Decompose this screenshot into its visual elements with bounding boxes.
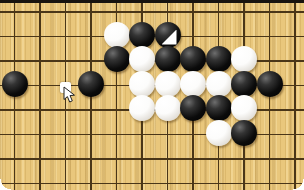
black-stone [180, 95, 206, 121]
grid-line-horizontal [0, 134, 304, 135]
white-stone [155, 95, 181, 121]
grid-line-vertical [294, 0, 295, 190]
black-stone [104, 46, 130, 72]
black-stone [78, 71, 104, 97]
black-stone [2, 71, 28, 97]
white-stone [155, 71, 181, 97]
triangle-marker [162, 30, 177, 45]
white-stone [104, 22, 130, 48]
black-stone [257, 71, 283, 97]
white-stone [206, 120, 232, 146]
white-stone [129, 95, 155, 121]
white-stone [129, 46, 155, 72]
rounded-corner-mask [0, 179, 11, 190]
black-stone [231, 71, 257, 97]
rounded-corner-mask [293, 179, 304, 190]
top-border-bar [0, 0, 304, 3]
mouse-cursor-icon [63, 86, 76, 103]
white-stone [129, 71, 155, 97]
grid-line-horizontal [0, 11, 304, 12]
white-stone [231, 46, 257, 72]
screenshot-root [0, 0, 304, 190]
black-stone [155, 22, 181, 48]
black-stone [206, 46, 232, 72]
go-board[interactable] [0, 0, 304, 190]
grid-line-horizontal [0, 183, 304, 184]
white-stone [206, 71, 232, 97]
black-stone [206, 95, 232, 121]
black-stone [129, 22, 155, 48]
grid-line-horizontal [0, 158, 304, 159]
black-stone [180, 46, 206, 72]
white-stone [180, 71, 206, 97]
white-stone [231, 95, 257, 121]
grid-line-vertical [39, 0, 40, 190]
black-stone [155, 46, 181, 72]
black-stone [231, 120, 257, 146]
